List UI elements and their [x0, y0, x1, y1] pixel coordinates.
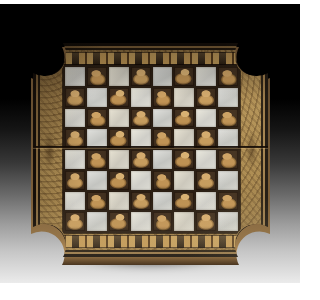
square-c3[interactable] [109, 171, 129, 190]
square-b1[interactable] [87, 212, 107, 231]
square-d6[interactable] [131, 109, 151, 128]
square-d4[interactable] [131, 150, 151, 169]
square-g6[interactable] [196, 109, 216, 128]
frieze-bottom [56, 235, 245, 248]
frieze-top [56, 52, 245, 65]
square-c1[interactable] [109, 212, 129, 231]
square-d3[interactable] [131, 171, 151, 190]
square-h7[interactable] [218, 88, 238, 107]
square-b6[interactable] [87, 109, 107, 128]
square-g7[interactable] [196, 88, 216, 107]
square-h1[interactable] [218, 212, 238, 231]
square-a4[interactable] [65, 150, 85, 169]
square-c6[interactable] [109, 109, 129, 128]
square-h6[interactable] [218, 109, 238, 128]
square-e1[interactable] [153, 212, 173, 231]
square-d8[interactable] [131, 67, 151, 86]
square-a3[interactable] [65, 171, 85, 190]
right-border-cartouche [244, 126, 259, 174]
square-e8[interactable] [153, 67, 173, 86]
square-g1[interactable] [196, 212, 216, 231]
square-a2[interactable] [65, 192, 85, 211]
square-a1[interactable] [65, 212, 85, 231]
square-c4[interactable] [109, 150, 129, 169]
square-b3[interactable] [87, 171, 107, 190]
square-b8[interactable] [87, 67, 107, 86]
board-border [40, 50, 261, 250]
square-a8[interactable] [65, 67, 85, 86]
square-f6[interactable] [174, 109, 194, 128]
chessboard [33, 43, 268, 257]
square-e7[interactable] [153, 88, 173, 107]
square-a7[interactable] [65, 88, 85, 107]
square-f2[interactable] [174, 192, 194, 211]
square-f7[interactable] [174, 88, 194, 107]
square-e6[interactable] [153, 109, 173, 128]
left-border-cartouche [42, 126, 57, 174]
square-h4[interactable] [218, 150, 238, 169]
square-g3[interactable] [196, 171, 216, 190]
square-c2[interactable] [109, 192, 129, 211]
square-d7[interactable] [131, 88, 151, 107]
square-d1[interactable] [131, 212, 151, 231]
square-e2[interactable] [153, 192, 173, 211]
square-b7[interactable] [87, 88, 107, 107]
square-b4[interactable] [87, 150, 107, 169]
square-b2[interactable] [87, 192, 107, 211]
square-h2[interactable] [218, 192, 238, 211]
square-f1[interactable] [174, 212, 194, 231]
square-c8[interactable] [109, 67, 129, 86]
square-g4[interactable] [196, 150, 216, 169]
square-h8[interactable] [218, 67, 238, 86]
square-e4[interactable] [153, 150, 173, 169]
hinge-seam-highlight [33, 148, 268, 149]
board-grid [63, 65, 240, 233]
square-e3[interactable] [153, 171, 173, 190]
square-h3[interactable] [218, 171, 238, 190]
square-f8[interactable] [174, 67, 194, 86]
square-g8[interactable] [196, 67, 216, 86]
square-g2[interactable] [196, 192, 216, 211]
square-d2[interactable] [131, 192, 151, 211]
square-c7[interactable] [109, 88, 129, 107]
square-f4[interactable] [174, 150, 194, 169]
square-f3[interactable] [174, 171, 194, 190]
square-a6[interactable] [65, 109, 85, 128]
